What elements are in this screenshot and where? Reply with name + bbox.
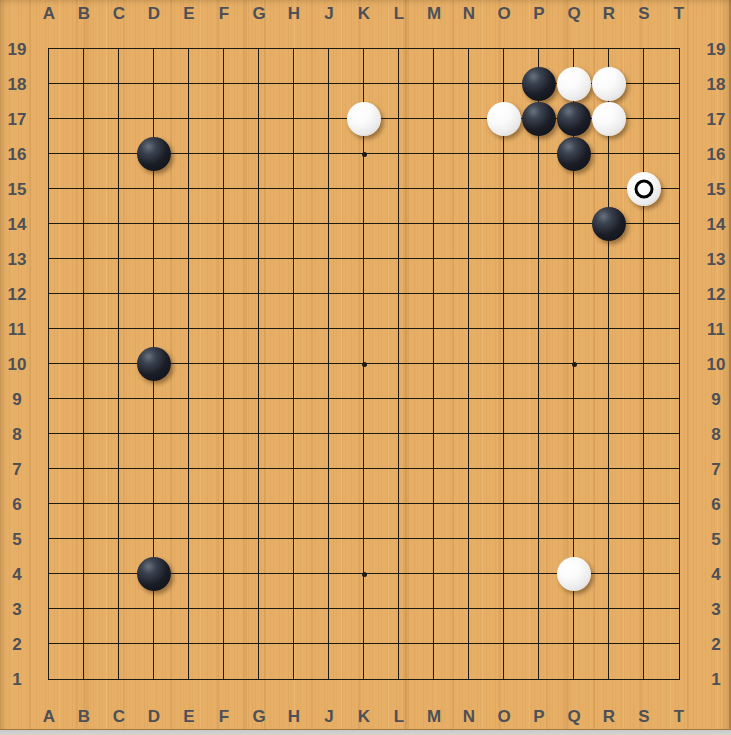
board-cell (644, 119, 679, 154)
board-cell (644, 609, 679, 644)
white-stone-Q18 (557, 67, 591, 101)
board-cell (259, 434, 294, 469)
board-cell (84, 259, 119, 294)
board-cell (49, 469, 84, 504)
board-cell (259, 49, 294, 84)
board-cell (469, 154, 504, 189)
board-cell (434, 609, 469, 644)
board-cell (434, 434, 469, 469)
coord-label-left-14: 14 (8, 216, 27, 233)
board-cell (49, 644, 84, 679)
board-cell (364, 224, 399, 259)
star-point-K16 (362, 152, 367, 157)
black-stone-D10 (137, 347, 171, 381)
coord-label-right-11: 11 (707, 321, 725, 338)
board-cell (399, 119, 434, 154)
board-cell (329, 49, 364, 84)
board-cell (504, 294, 539, 329)
board-cell (189, 644, 224, 679)
black-stone-D4 (137, 557, 171, 591)
coord-label-left-5: 5 (12, 531, 21, 548)
board-cell (84, 154, 119, 189)
coord-label-left-9: 9 (12, 391, 21, 408)
board-cell (119, 49, 154, 84)
coord-label-top-B: B (78, 5, 90, 22)
board-cell (119, 504, 154, 539)
board-cell (224, 224, 259, 259)
coord-label-bottom-T: T (674, 708, 684, 725)
board-cell (504, 504, 539, 539)
board-cell (609, 399, 644, 434)
board-cell (609, 294, 644, 329)
board-cell (294, 329, 329, 364)
star-point-K4 (362, 572, 367, 577)
board-cell (644, 84, 679, 119)
black-stone-Q17 (557, 102, 591, 136)
coord-label-left-15: 15 (8, 181, 27, 198)
board-cell (574, 399, 609, 434)
board-cell (434, 644, 469, 679)
white-stone-R18 (592, 67, 626, 101)
board-cell (574, 364, 609, 399)
board-cell (84, 329, 119, 364)
board-cell (539, 294, 574, 329)
coord-label-left-19: 19 (8, 41, 27, 58)
board-cell (329, 574, 364, 609)
coord-label-bottom-R: R (603, 708, 615, 725)
board-cell (399, 84, 434, 119)
board-cell (644, 434, 679, 469)
board-cell (539, 504, 574, 539)
board-cell (224, 504, 259, 539)
white-stone-R17 (592, 102, 626, 136)
coord-label-right-7: 7 (711, 461, 720, 478)
board-cell (644, 469, 679, 504)
board-cell (609, 504, 644, 539)
black-stone-R14 (592, 207, 626, 241)
board-cell (539, 609, 574, 644)
board-cell (154, 49, 189, 84)
board-cell (329, 329, 364, 364)
board-cell (224, 644, 259, 679)
black-stone-P17 (522, 102, 556, 136)
board-cell (259, 259, 294, 294)
coord-label-left-18: 18 (8, 76, 27, 93)
coord-label-left-17: 17 (8, 111, 27, 128)
board-cell (609, 259, 644, 294)
board-cell (364, 364, 399, 399)
coord-label-top-G: G (252, 5, 265, 22)
board-cell (189, 469, 224, 504)
board-cell (434, 294, 469, 329)
coord-label-top-N: N (463, 5, 475, 22)
board-cell (469, 364, 504, 399)
coord-label-right-14: 14 (707, 216, 726, 233)
coord-label-left-16: 16 (8, 146, 27, 163)
coord-label-top-D: D (148, 5, 160, 22)
board-cell (434, 259, 469, 294)
board-cell (119, 399, 154, 434)
board-cell (189, 574, 224, 609)
board-cell (434, 119, 469, 154)
board-cell (259, 329, 294, 364)
board-cell (609, 364, 644, 399)
board-cell (259, 469, 294, 504)
board-cell (364, 574, 399, 609)
board-cell (49, 399, 84, 434)
board-cell (294, 154, 329, 189)
coord-label-right-1: 1 (711, 671, 720, 688)
board-cell (399, 574, 434, 609)
coord-label-left-11: 11 (8, 321, 26, 338)
board-cell (504, 574, 539, 609)
board-cell (329, 154, 364, 189)
board-cell (189, 434, 224, 469)
board-cell (399, 364, 434, 399)
board-cell (399, 644, 434, 679)
coord-label-bottom-N: N (463, 708, 475, 725)
board-cell (539, 644, 574, 679)
coord-label-right-6: 6 (711, 496, 720, 513)
board-cell (434, 504, 469, 539)
board-cell (294, 119, 329, 154)
board-cell (84, 504, 119, 539)
board-cell (644, 399, 679, 434)
board-cell (224, 574, 259, 609)
coord-label-right-4: 4 (711, 566, 720, 583)
board-cell (504, 154, 539, 189)
coord-label-top-O: O (497, 5, 510, 22)
board-cell (294, 294, 329, 329)
board-cell (189, 504, 224, 539)
board-cell (504, 469, 539, 504)
board-cell (84, 644, 119, 679)
board-cell (154, 224, 189, 259)
coord-label-bottom-O: O (497, 708, 510, 725)
go-board[interactable]: AABBCCDDEEFFGGHHJJKKLLMMNNOOPPQQRRSSTT19… (0, 0, 731, 735)
coord-label-top-E: E (183, 5, 194, 22)
coord-label-bottom-C: C (113, 708, 125, 725)
board-cell (469, 504, 504, 539)
board-cell (84, 469, 119, 504)
board-cell (84, 224, 119, 259)
board-cell (469, 49, 504, 84)
board-cell (329, 539, 364, 574)
board-cell (644, 504, 679, 539)
board-cell (364, 469, 399, 504)
board-cell (49, 84, 84, 119)
board-cell (119, 224, 154, 259)
board-cell (154, 189, 189, 224)
coord-label-bottom-K: K (358, 708, 370, 725)
board-cell (189, 294, 224, 329)
coord-label-left-3: 3 (12, 601, 21, 618)
board-cell (154, 504, 189, 539)
board-cell (329, 189, 364, 224)
board-cell (224, 434, 259, 469)
board-cell (259, 224, 294, 259)
board-cell (259, 189, 294, 224)
coord-label-left-2: 2 (12, 636, 21, 653)
board-cell (644, 259, 679, 294)
board-cell (49, 504, 84, 539)
board-cell (469, 609, 504, 644)
coord-label-bottom-A: A (43, 708, 55, 725)
board-cell (399, 259, 434, 294)
star-point-K10 (362, 362, 367, 367)
board-cell (434, 154, 469, 189)
board-cell (504, 329, 539, 364)
board-cell (504, 364, 539, 399)
coord-label-left-6: 6 (12, 496, 21, 513)
board-cell (574, 329, 609, 364)
board-cell (329, 504, 364, 539)
board-cell (294, 609, 329, 644)
coord-label-top-J: J (324, 5, 333, 22)
board-cell (539, 364, 574, 399)
coord-label-top-K: K (358, 5, 370, 22)
board-cell (49, 119, 84, 154)
board-cell (294, 469, 329, 504)
board-cell (154, 294, 189, 329)
board-cell (399, 154, 434, 189)
board-cell (644, 364, 679, 399)
board-cell (609, 469, 644, 504)
board-cell (399, 329, 434, 364)
coord-label-bottom-H: H (288, 708, 300, 725)
board-cell (609, 574, 644, 609)
board-cell (399, 469, 434, 504)
board-cell (294, 574, 329, 609)
board-cell (644, 574, 679, 609)
board-cell (469, 259, 504, 294)
board-cell (329, 224, 364, 259)
board-cell (84, 189, 119, 224)
coord-label-bottom-D: D (148, 708, 160, 725)
board-cell (119, 644, 154, 679)
board-cell (364, 399, 399, 434)
coord-label-top-Q: Q (567, 5, 580, 22)
board-cell (154, 469, 189, 504)
coord-label-right-9: 9 (711, 391, 720, 408)
board-cell (644, 329, 679, 364)
board-cell (224, 294, 259, 329)
board-cell (49, 294, 84, 329)
board-cell (224, 399, 259, 434)
board-cell (364, 644, 399, 679)
board-cell (469, 644, 504, 679)
board-cell (49, 329, 84, 364)
board-cell (574, 259, 609, 294)
board-cell (609, 644, 644, 679)
board-cell (574, 294, 609, 329)
board-cell (259, 644, 294, 679)
board-cell (154, 609, 189, 644)
coord-label-top-R: R (603, 5, 615, 22)
board-cell (469, 469, 504, 504)
black-stone-D16 (137, 137, 171, 171)
board-cell (609, 609, 644, 644)
board-cell (224, 259, 259, 294)
coord-label-bottom-E: E (183, 708, 194, 725)
board-cell (154, 644, 189, 679)
board-cell (189, 364, 224, 399)
coord-label-right-13: 13 (707, 251, 726, 268)
board-cell (329, 609, 364, 644)
board-cell (539, 469, 574, 504)
coord-label-right-8: 8 (711, 426, 720, 443)
board-cell (434, 224, 469, 259)
board-cell (259, 609, 294, 644)
board-cell (609, 329, 644, 364)
board-cell (469, 189, 504, 224)
board-cell (224, 49, 259, 84)
board-cell (119, 434, 154, 469)
board-cell (189, 609, 224, 644)
board-cell (294, 399, 329, 434)
board-cell (539, 434, 574, 469)
board-cell (49, 434, 84, 469)
coord-label-right-3: 3 (711, 601, 720, 618)
coord-label-left-1: 1 (12, 671, 21, 688)
coord-label-top-S: S (638, 5, 649, 22)
board-cell (399, 224, 434, 259)
board-cell (154, 84, 189, 119)
board-cell (434, 574, 469, 609)
board-cell (259, 574, 294, 609)
board-cell (364, 154, 399, 189)
board-cell (154, 434, 189, 469)
board-cell (644, 644, 679, 679)
board-cell (504, 539, 539, 574)
coord-label-top-P: P (533, 5, 544, 22)
coord-label-right-5: 5 (711, 531, 720, 548)
board-cell (434, 329, 469, 364)
board-cell (259, 294, 294, 329)
board-cell (329, 644, 364, 679)
board-cell (189, 259, 224, 294)
coord-label-left-4: 4 (12, 566, 21, 583)
board-cell (49, 259, 84, 294)
board-cell (504, 399, 539, 434)
board-cell (259, 119, 294, 154)
board-cell (399, 434, 434, 469)
board-cell (434, 399, 469, 434)
board-cell (574, 504, 609, 539)
board-cell (539, 224, 574, 259)
board-cell (504, 259, 539, 294)
board-cell (364, 539, 399, 574)
board-cell (49, 49, 84, 84)
board-cell (189, 154, 224, 189)
board-cell (434, 49, 469, 84)
coord-label-bottom-J: J (324, 708, 333, 725)
coord-label-right-17: 17 (707, 111, 726, 128)
board-cell (574, 609, 609, 644)
coord-label-bottom-M: M (427, 708, 441, 725)
board-cell (189, 189, 224, 224)
board-cell (329, 259, 364, 294)
board-cell (504, 644, 539, 679)
coord-label-top-C: C (113, 5, 125, 22)
board-cell (329, 399, 364, 434)
board-cell (434, 84, 469, 119)
board-cell (189, 119, 224, 154)
board-cell (539, 259, 574, 294)
bottom-window-edge (0, 729, 731, 735)
board-cell (294, 434, 329, 469)
board-cell (294, 189, 329, 224)
coord-label-bottom-L: L (394, 708, 404, 725)
board-cell (364, 49, 399, 84)
board-cell (399, 294, 434, 329)
board-cell (119, 469, 154, 504)
board-cell (119, 259, 154, 294)
coord-label-right-18: 18 (707, 76, 726, 93)
board-cell (224, 154, 259, 189)
board-cell (399, 49, 434, 84)
board-cell (49, 609, 84, 644)
white-stone-K17 (347, 102, 381, 136)
board-cell (574, 644, 609, 679)
coord-label-right-2: 2 (711, 636, 720, 653)
board-cell (469, 574, 504, 609)
board-cell (294, 539, 329, 574)
board-cell (644, 294, 679, 329)
board-cell (224, 609, 259, 644)
board-cell (154, 259, 189, 294)
coord-label-top-F: F (219, 5, 229, 22)
board-cell (119, 84, 154, 119)
board-cell (399, 189, 434, 224)
board-cell (119, 609, 154, 644)
coord-label-right-12: 12 (707, 286, 726, 303)
board-cell (329, 434, 364, 469)
board-cell (469, 539, 504, 574)
coord-label-top-M: M (427, 5, 441, 22)
board-cell (224, 329, 259, 364)
board-cell (119, 294, 154, 329)
board-cell (84, 399, 119, 434)
board-cell (399, 609, 434, 644)
coord-label-top-H: H (288, 5, 300, 22)
board-cell (504, 609, 539, 644)
board-cell (364, 259, 399, 294)
board-cell (329, 364, 364, 399)
board-cell (189, 539, 224, 574)
board-cell (49, 189, 84, 224)
board-cell (539, 189, 574, 224)
board-cell (434, 469, 469, 504)
board-cell (259, 504, 294, 539)
board-cell (644, 49, 679, 84)
coord-label-bottom-F: F (219, 708, 229, 725)
board-cell (259, 154, 294, 189)
board-cell (364, 294, 399, 329)
coord-label-bottom-Q: Q (567, 708, 580, 725)
board-cell (84, 84, 119, 119)
board-cell (539, 399, 574, 434)
board-cell (364, 189, 399, 224)
coord-label-bottom-S: S (638, 708, 649, 725)
coord-label-left-10: 10 (8, 356, 27, 373)
board-cell (644, 224, 679, 259)
coord-label-left-13: 13 (8, 251, 27, 268)
board-cell (84, 434, 119, 469)
board-cell (364, 434, 399, 469)
board-cell (294, 84, 329, 119)
board-cell (49, 539, 84, 574)
